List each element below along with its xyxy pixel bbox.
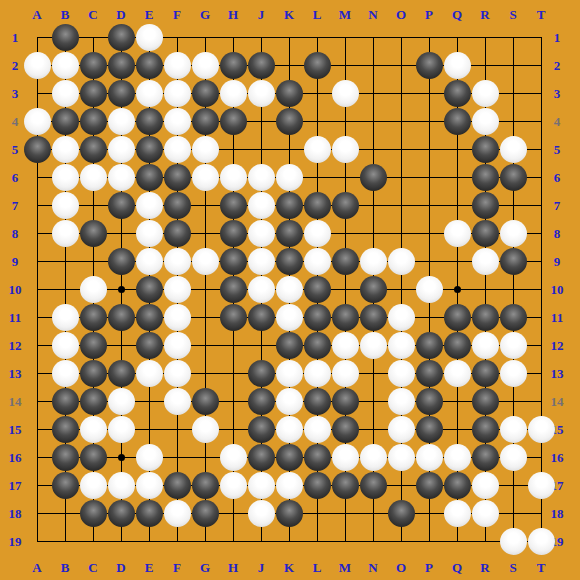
stone-black-L11[interactable] <box>304 304 331 331</box>
stone-white-F3[interactable] <box>164 80 191 107</box>
stone-white-H6[interactable] <box>220 164 247 191</box>
stone-white-M12[interactable] <box>332 332 359 359</box>
stone-white-O9[interactable] <box>388 248 415 275</box>
stone-black-L14[interactable] <box>304 388 331 415</box>
stone-white-E13[interactable] <box>136 360 163 387</box>
stone-white-O16[interactable] <box>388 444 415 471</box>
stone-white-K13[interactable] <box>276 360 303 387</box>
stone-black-R14[interactable] <box>472 388 499 415</box>
column-label-G: G <box>191 5 219 23</box>
stone-white-T17[interactable] <box>528 472 555 499</box>
stone-black-P13[interactable] <box>416 360 443 387</box>
stone-black-K9[interactable] <box>276 248 303 275</box>
stone-black-H8[interactable] <box>220 220 247 247</box>
stone-white-L13[interactable] <box>304 360 331 387</box>
column-label-B: B <box>51 5 79 23</box>
stone-black-D3[interactable] <box>108 80 135 107</box>
column-label-E: E <box>135 5 163 23</box>
stone-black-N17[interactable] <box>360 472 387 499</box>
stone-white-J8[interactable] <box>248 220 275 247</box>
stone-black-F8[interactable] <box>164 220 191 247</box>
stone-white-F18[interactable] <box>164 500 191 527</box>
stone-white-D17[interactable] <box>108 472 135 499</box>
stone-white-E7[interactable] <box>136 192 163 219</box>
stone-white-C10[interactable] <box>80 276 107 303</box>
column-label-A: A <box>23 5 51 23</box>
stone-white-S15[interactable] <box>500 416 527 443</box>
stone-white-L5[interactable] <box>304 136 331 163</box>
stone-white-B6[interactable] <box>52 164 79 191</box>
stone-white-J9[interactable] <box>248 248 275 275</box>
stone-black-C13[interactable] <box>80 360 107 387</box>
stone-white-D15[interactable] <box>108 416 135 443</box>
stone-black-M9[interactable] <box>332 248 359 275</box>
stone-white-F13[interactable] <box>164 360 191 387</box>
stone-black-R13[interactable] <box>472 360 499 387</box>
stone-black-R15[interactable] <box>472 416 499 443</box>
stone-black-E5[interactable] <box>136 136 163 163</box>
stone-black-F17[interactable] <box>164 472 191 499</box>
stone-white-K11[interactable] <box>276 304 303 331</box>
stone-black-H7[interactable] <box>220 192 247 219</box>
stone-black-L7[interactable] <box>304 192 331 219</box>
column-label-P: P <box>415 558 443 576</box>
stone-black-E11[interactable] <box>136 304 163 331</box>
stone-white-J17[interactable] <box>248 472 275 499</box>
stone-white-F9[interactable] <box>164 248 191 275</box>
stone-white-R12[interactable] <box>472 332 499 359</box>
stone-black-E18[interactable] <box>136 500 163 527</box>
stone-black-G17[interactable] <box>192 472 219 499</box>
column-label-Q: Q <box>443 558 471 576</box>
column-label-O: O <box>387 5 415 23</box>
column-label-M: M <box>331 558 359 576</box>
stone-black-L10[interactable] <box>304 276 331 303</box>
column-label-D: D <box>107 558 135 576</box>
stone-white-O13[interactable] <box>388 360 415 387</box>
stone-white-F2[interactable] <box>164 52 191 79</box>
stone-black-B14[interactable] <box>52 388 79 415</box>
stone-white-E9[interactable] <box>136 248 163 275</box>
column-label-G: G <box>191 558 219 576</box>
stone-white-F12[interactable] <box>164 332 191 359</box>
stone-white-S13[interactable] <box>500 360 527 387</box>
column-label-F: F <box>163 558 191 576</box>
stone-black-D13[interactable] <box>108 360 135 387</box>
stone-white-P16[interactable] <box>416 444 443 471</box>
stone-black-E6[interactable] <box>136 164 163 191</box>
stone-black-C18[interactable] <box>80 500 107 527</box>
stone-black-G18[interactable] <box>192 500 219 527</box>
column-label-L: L <box>303 5 331 23</box>
stone-black-G3[interactable] <box>192 80 219 107</box>
stone-white-E1[interactable] <box>136 24 163 51</box>
stone-black-P17[interactable] <box>416 472 443 499</box>
stone-black-L17[interactable] <box>304 472 331 499</box>
stone-white-M16[interactable] <box>332 444 359 471</box>
stone-black-C5[interactable] <box>80 136 107 163</box>
stone-black-E4[interactable] <box>136 108 163 135</box>
column-label-R: R <box>471 5 499 23</box>
stone-white-R4[interactable] <box>472 108 499 135</box>
stone-white-H17[interactable] <box>220 472 247 499</box>
column-label-J: J <box>247 558 275 576</box>
stone-white-Q2[interactable] <box>444 52 471 79</box>
column-label-F: F <box>163 5 191 23</box>
stone-black-C14[interactable] <box>80 388 107 415</box>
goban[interactable]: ABCDEFGHJKLMNOPQRST ABCDEFGHJKLMNOPQRST … <box>0 0 580 580</box>
stone-white-D5[interactable] <box>108 136 135 163</box>
stone-white-M13[interactable] <box>332 360 359 387</box>
stone-white-B13[interactable] <box>52 360 79 387</box>
stone-white-N12[interactable] <box>360 332 387 359</box>
stone-white-H3[interactable] <box>220 80 247 107</box>
stone-black-M17[interactable] <box>332 472 359 499</box>
stone-white-M5[interactable] <box>332 136 359 163</box>
column-label-H: H <box>219 5 247 23</box>
stone-white-C6[interactable] <box>80 164 107 191</box>
stone-black-Q11[interactable] <box>444 304 471 331</box>
stone-white-J10[interactable] <box>248 276 275 303</box>
column-label-B: B <box>51 558 79 576</box>
stone-black-K18[interactable] <box>276 500 303 527</box>
stone-white-O12[interactable] <box>388 332 415 359</box>
column-label-K: K <box>275 5 303 23</box>
stone-white-F4[interactable] <box>164 108 191 135</box>
stone-black-H11[interactable] <box>220 304 247 331</box>
stone-white-L9[interactable] <box>304 248 331 275</box>
stone-black-K16[interactable] <box>276 444 303 471</box>
stone-white-H16[interactable] <box>220 444 247 471</box>
stone-white-O11[interactable] <box>388 304 415 331</box>
stone-black-D7[interactable] <box>108 192 135 219</box>
stone-black-K7[interactable] <box>276 192 303 219</box>
stone-black-C8[interactable] <box>80 220 107 247</box>
stone-white-B8[interactable] <box>52 220 79 247</box>
stone-white-B11[interactable] <box>52 304 79 331</box>
stone-black-K4[interactable] <box>276 108 303 135</box>
stone-white-K15[interactable] <box>276 416 303 443</box>
stone-black-D1[interactable] <box>108 24 135 51</box>
column-label-M: M <box>331 5 359 23</box>
stone-black-S9[interactable] <box>500 248 527 275</box>
stone-white-D4[interactable] <box>108 108 135 135</box>
stone-white-Q18[interactable] <box>444 500 471 527</box>
stone-black-A5[interactable] <box>24 136 51 163</box>
stone-black-C4[interactable] <box>80 108 107 135</box>
stone-black-N6[interactable] <box>360 164 387 191</box>
stone-black-B17[interactable] <box>52 472 79 499</box>
stone-white-O14[interactable] <box>388 388 415 415</box>
stone-white-L15[interactable] <box>304 416 331 443</box>
stone-white-Q13[interactable] <box>444 360 471 387</box>
stone-black-D18[interactable] <box>108 500 135 527</box>
column-label-T: T <box>527 5 555 23</box>
stone-black-P14[interactable] <box>416 388 443 415</box>
stone-black-N11[interactable] <box>360 304 387 331</box>
stone-black-P12[interactable] <box>416 332 443 359</box>
stone-white-E16[interactable] <box>136 444 163 471</box>
stone-black-E10[interactable] <box>136 276 163 303</box>
stone-black-K12[interactable] <box>276 332 303 359</box>
column-label-K: K <box>275 558 303 576</box>
stone-white-Q16[interactable] <box>444 444 471 471</box>
stone-black-D2[interactable] <box>108 52 135 79</box>
stone-black-H4[interactable] <box>220 108 247 135</box>
column-label-N: N <box>359 558 387 576</box>
stone-white-R18[interactable] <box>472 500 499 527</box>
column-label-C: C <box>79 558 107 576</box>
stone-black-H2[interactable] <box>220 52 247 79</box>
column-label-Q: Q <box>443 5 471 23</box>
stone-black-P2[interactable] <box>416 52 443 79</box>
stone-white-C17[interactable] <box>80 472 107 499</box>
stone-black-J14[interactable] <box>248 388 275 415</box>
stone-black-M14[interactable] <box>332 388 359 415</box>
stone-white-N9[interactable] <box>360 248 387 275</box>
stone-white-E3[interactable] <box>136 80 163 107</box>
stone-black-G4[interactable] <box>192 108 219 135</box>
stone-black-C16[interactable] <box>80 444 107 471</box>
stone-black-J2[interactable] <box>248 52 275 79</box>
stone-black-E12[interactable] <box>136 332 163 359</box>
stone-white-Q8[interactable] <box>444 220 471 247</box>
stone-black-C3[interactable] <box>80 80 107 107</box>
stone-black-Q12[interactable] <box>444 332 471 359</box>
stone-black-C12[interactable] <box>80 332 107 359</box>
stone-black-M11[interactable] <box>332 304 359 331</box>
stone-black-J15[interactable] <box>248 416 275 443</box>
stone-white-J3[interactable] <box>248 80 275 107</box>
stone-white-A2[interactable] <box>24 52 51 79</box>
stone-black-H10[interactable] <box>220 276 247 303</box>
column-label-C: C <box>79 5 107 23</box>
stone-black-C11[interactable] <box>80 304 107 331</box>
stone-black-N10[interactable] <box>360 276 387 303</box>
column-labels-bottom: ABCDEFGHJKLMNOPQRST <box>23 558 555 576</box>
stone-black-P15[interactable] <box>416 416 443 443</box>
stone-white-N16[interactable] <box>360 444 387 471</box>
stone-black-S11[interactable] <box>500 304 527 331</box>
stone-white-R17[interactable] <box>472 472 499 499</box>
column-label-S: S <box>499 558 527 576</box>
column-label-P: P <box>415 5 443 23</box>
stone-white-D14[interactable] <box>108 388 135 415</box>
stone-white-R3[interactable] <box>472 80 499 107</box>
stone-black-D9[interactable] <box>108 248 135 275</box>
stone-white-P10[interactable] <box>416 276 443 303</box>
column-labels-top: ABCDEFGHJKLMNOPQRST <box>23 5 555 23</box>
stone-black-R7[interactable] <box>472 192 499 219</box>
stone-white-B2[interactable] <box>52 52 79 79</box>
stone-black-B15[interactable] <box>52 416 79 443</box>
stone-white-K14[interactable] <box>276 388 303 415</box>
stone-black-Q17[interactable] <box>444 472 471 499</box>
stone-white-B7[interactable] <box>52 192 79 219</box>
stone-white-S5[interactable] <box>500 136 527 163</box>
stone-black-K8[interactable] <box>276 220 303 247</box>
column-label-O: O <box>387 558 415 576</box>
stone-white-S12[interactable] <box>500 332 527 359</box>
column-label-D: D <box>107 5 135 23</box>
stone-black-L12[interactable] <box>304 332 331 359</box>
column-label-T: T <box>527 558 555 576</box>
stone-white-G6[interactable] <box>192 164 219 191</box>
stone-white-E8[interactable] <box>136 220 163 247</box>
stone-white-D6[interactable] <box>108 164 135 191</box>
stone-black-H9[interactable] <box>220 248 247 275</box>
stone-black-J11[interactable] <box>248 304 275 331</box>
stone-white-T19[interactable] <box>528 528 555 555</box>
stone-white-O15[interactable] <box>388 416 415 443</box>
stone-white-T15[interactable] <box>528 416 555 443</box>
stone-black-L16[interactable] <box>304 444 331 471</box>
stone-black-G14[interactable] <box>192 388 219 415</box>
column-label-R: R <box>471 558 499 576</box>
stone-white-G2[interactable] <box>192 52 219 79</box>
stone-white-B12[interactable] <box>52 332 79 359</box>
stone-white-E17[interactable] <box>136 472 163 499</box>
stone-black-F7[interactable] <box>164 192 191 219</box>
stone-white-C15[interactable] <box>80 416 107 443</box>
stone-black-B16[interactable] <box>52 444 79 471</box>
stone-white-J18[interactable] <box>248 500 275 527</box>
stone-white-B5[interactable] <box>52 136 79 163</box>
column-label-N: N <box>359 5 387 23</box>
stone-white-S19[interactable] <box>500 528 527 555</box>
column-label-L: L <box>303 558 331 576</box>
stone-black-B4[interactable] <box>52 108 79 135</box>
stone-black-Q3[interactable] <box>444 80 471 107</box>
stone-white-B3[interactable] <box>52 80 79 107</box>
stone-black-O18[interactable] <box>388 500 415 527</box>
column-label-H: H <box>219 558 247 576</box>
stone-black-M15[interactable] <box>332 416 359 443</box>
stone-black-F6[interactable] <box>164 164 191 191</box>
stone-white-G5[interactable] <box>192 136 219 163</box>
stone-white-M3[interactable] <box>332 80 359 107</box>
stone-black-S6[interactable] <box>500 164 527 191</box>
stone-black-C2[interactable] <box>80 52 107 79</box>
stone-white-K10[interactable] <box>276 276 303 303</box>
stone-black-R11[interactable] <box>472 304 499 331</box>
column-label-S: S <box>499 5 527 23</box>
stone-white-S8[interactable] <box>500 220 527 247</box>
stone-black-B1[interactable] <box>52 24 79 51</box>
stone-black-Q4[interactable] <box>444 108 471 135</box>
column-label-A: A <box>23 558 51 576</box>
stone-black-J16[interactable] <box>248 444 275 471</box>
stone-white-G15[interactable] <box>192 416 219 443</box>
stone-white-S16[interactable] <box>500 444 527 471</box>
stone-black-J13[interactable] <box>248 360 275 387</box>
stone-white-K6[interactable] <box>276 164 303 191</box>
stone-black-K3[interactable] <box>276 80 303 107</box>
stone-white-G9[interactable] <box>192 248 219 275</box>
stone-white-F14[interactable] <box>164 388 191 415</box>
stone-black-R5[interactable] <box>472 136 499 163</box>
stone-white-L8[interactable] <box>304 220 331 247</box>
stone-black-E2[interactable] <box>136 52 163 79</box>
stone-black-R6[interactable] <box>472 164 499 191</box>
board-stones[interactable] <box>23 23 555 555</box>
stone-black-D11[interactable] <box>108 304 135 331</box>
stone-white-F10[interactable] <box>164 276 191 303</box>
stone-white-F5[interactable] <box>164 136 191 163</box>
stone-black-R16[interactable] <box>472 444 499 471</box>
stone-black-M7[interactable] <box>332 192 359 219</box>
stone-white-K17[interactable] <box>276 472 303 499</box>
stone-white-J6[interactable] <box>248 164 275 191</box>
stone-black-R8[interactable] <box>472 220 499 247</box>
column-label-E: E <box>135 558 163 576</box>
stone-white-F11[interactable] <box>164 304 191 331</box>
stone-white-A4[interactable] <box>24 108 51 135</box>
stone-white-R9[interactable] <box>472 248 499 275</box>
stone-black-L2[interactable] <box>304 52 331 79</box>
column-label-J: J <box>247 5 275 23</box>
stone-white-J7[interactable] <box>248 192 275 219</box>
